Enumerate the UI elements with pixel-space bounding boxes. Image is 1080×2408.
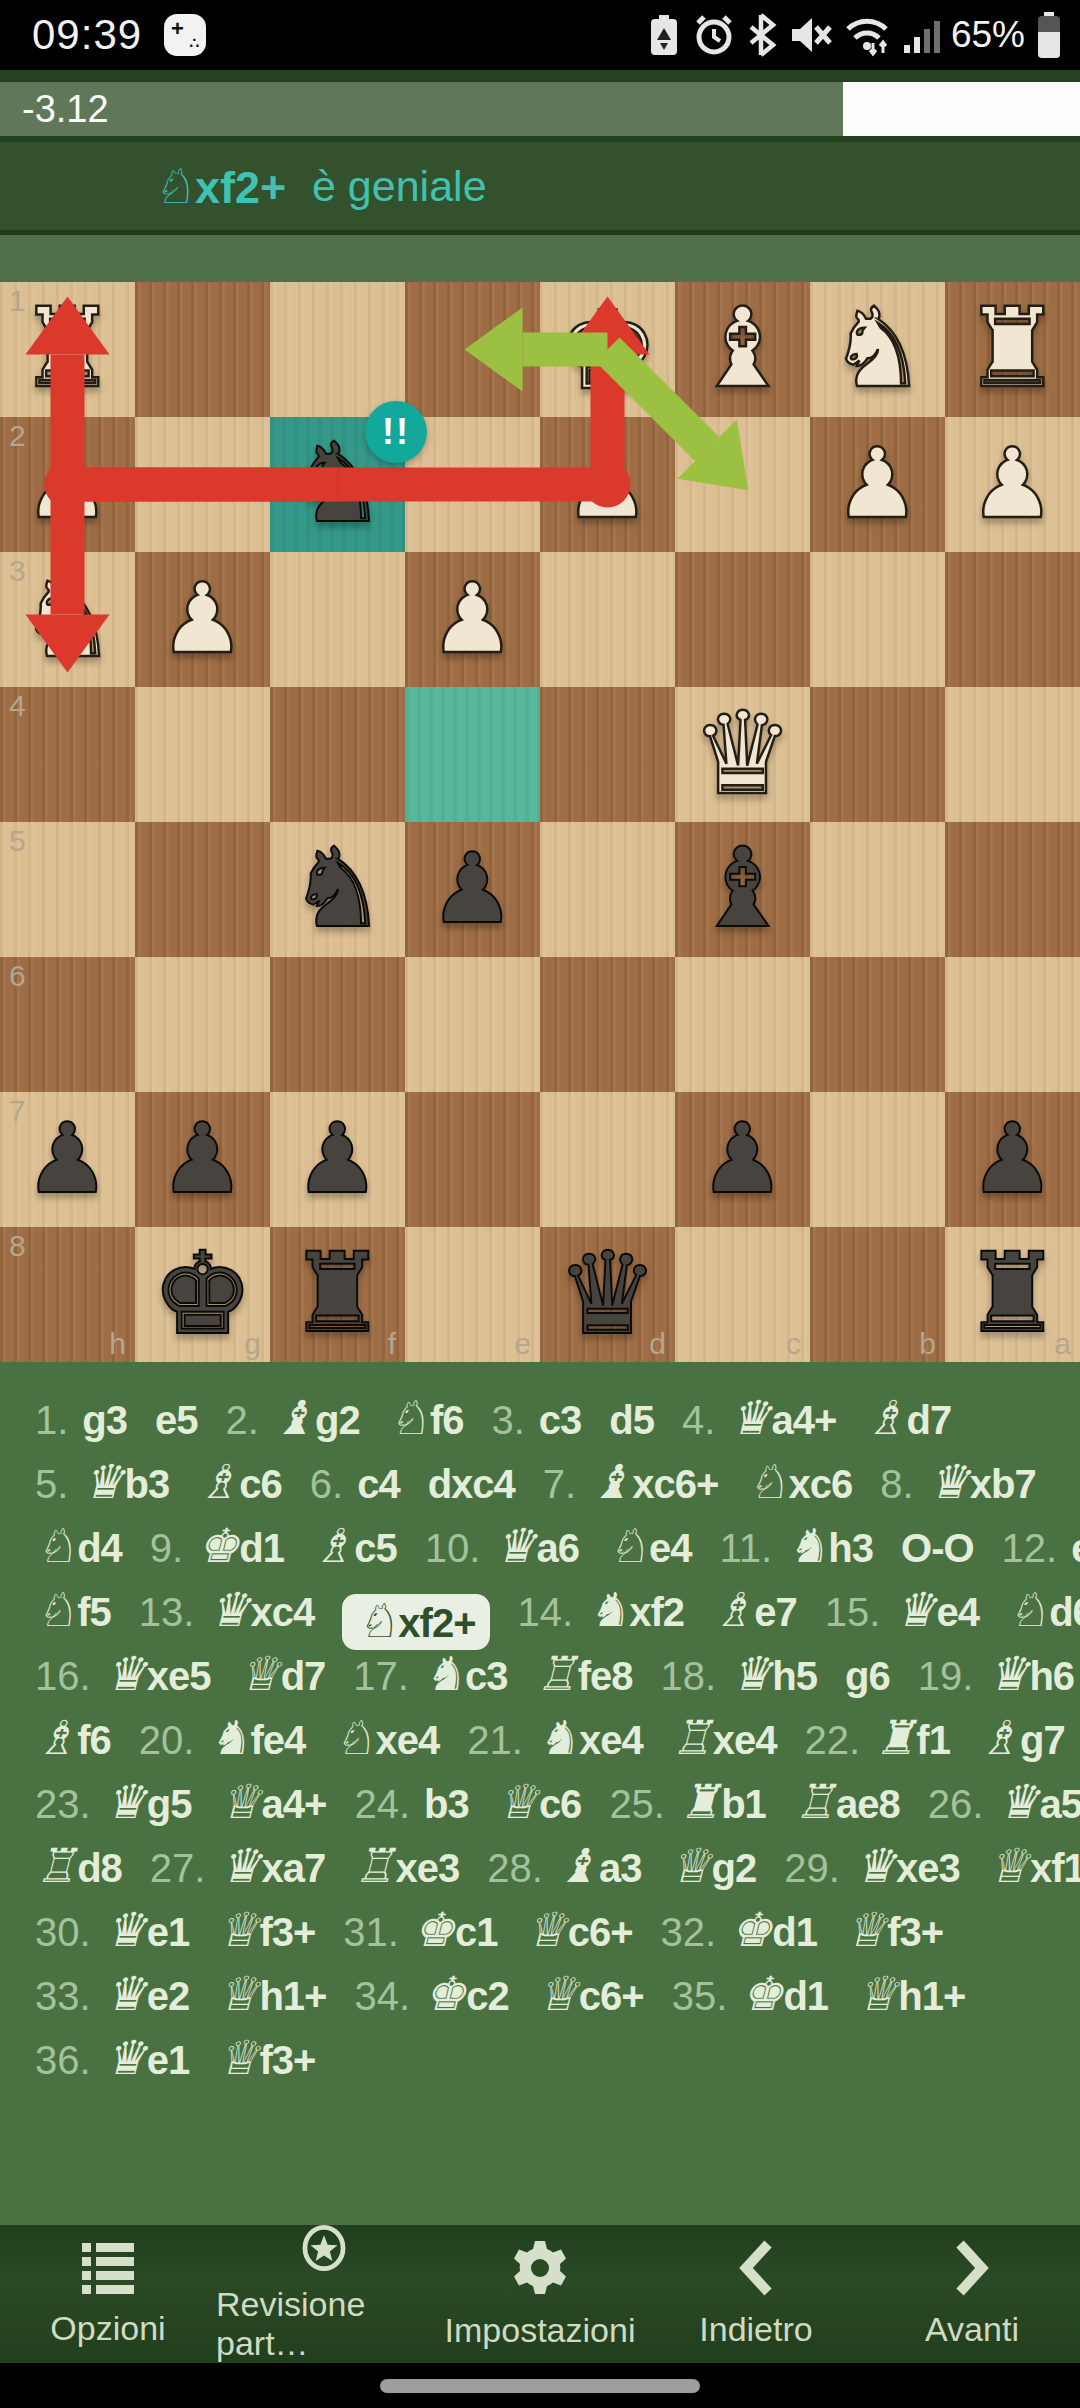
move-line: 23.♛g5♕a4+24.b3♕c625.♜b1♖ae826.♛a5 bbox=[0, 1770, 1080, 1834]
square-e3[interactable] bbox=[405, 552, 540, 687]
rank-label: 8 bbox=[9, 1229, 26, 1263]
move-line: 30.♛e1♕f3+31.♚c1♕c6+32.♚d1♕f3+ bbox=[0, 1898, 1080, 1962]
move-token[interactable]: ♛g5 bbox=[105, 1782, 192, 1826]
move-line: ♘d49.♚d1♗c510.♛a6♘e411.♞h3O-O12.e3 bbox=[0, 1514, 1080, 1578]
move-number: 9. bbox=[150, 1526, 183, 1570]
figurine-icon: ♚ bbox=[413, 1902, 455, 1957]
move-token[interactable]: ♛xb7 bbox=[928, 1462, 1036, 1506]
move-token[interactable]: ♞h3 bbox=[786, 1526, 873, 1570]
square-e6[interactable] bbox=[405, 957, 540, 1092]
square-c5[interactable] bbox=[675, 822, 810, 957]
move-number: 30. bbox=[35, 1910, 91, 1954]
square-a3[interactable] bbox=[945, 552, 1080, 687]
square-f4[interactable] bbox=[270, 687, 405, 822]
figurine-icon: ♛ bbox=[105, 1902, 147, 1957]
square-c6[interactable] bbox=[675, 957, 810, 1092]
move-token[interactable]: ♛xc4 bbox=[208, 1590, 314, 1634]
move-token[interactable]: ♛a4+ bbox=[729, 1398, 836, 1442]
move-line: ♗f620.♞fe4♘xe421.♞xe4♖xe422.♜f1♗g7 bbox=[0, 1706, 1080, 1770]
figurine-icon: ♛ bbox=[997, 1774, 1039, 1829]
nav-label: Avanti bbox=[925, 2310, 1019, 2349]
move-token[interactable]: ♘xe4 bbox=[333, 1718, 439, 1762]
move-line: ♘f513.♛xc4♘xf2+14.♞xf2♗e715.♛e4♘d6 bbox=[0, 1578, 1080, 1642]
nav-item-game-review[interactable]: Revisione part… bbox=[216, 2225, 432, 2363]
move-number: 8. bbox=[880, 1462, 913, 1506]
move-number: 16. bbox=[35, 1654, 91, 1698]
move-token[interactable]: ♘e4 bbox=[607, 1526, 692, 1570]
square-h7[interactable]: 7 bbox=[0, 1092, 135, 1227]
move-token[interactable]: ♞fe4 bbox=[208, 1718, 305, 1762]
move-token[interactable]: O-O bbox=[901, 1526, 974, 1570]
move-token[interactable]: ♕xf1+ bbox=[988, 1846, 1080, 1890]
square-b1[interactable] bbox=[810, 282, 945, 417]
square-b7[interactable] bbox=[810, 1092, 945, 1227]
move-token[interactable]: ♛a5 bbox=[997, 1782, 1080, 1826]
battery-percent: 65% bbox=[951, 14, 1025, 56]
figurine-icon: ♚ bbox=[741, 1966, 783, 2021]
figurine-icon: ♛ bbox=[105, 2030, 147, 2085]
figurine-icon: ♞ bbox=[423, 1646, 465, 1701]
figurine-icon: ♝ bbox=[590, 1454, 632, 1509]
rank-label: 6 bbox=[9, 959, 26, 993]
move-token[interactable]: ♛a6 bbox=[494, 1526, 579, 1570]
move-token[interactable]: ♝xc6+ bbox=[590, 1462, 718, 1506]
move-token[interactable]: ♜b1 bbox=[679, 1782, 766, 1826]
move-token[interactable]: ♚c1 bbox=[413, 1910, 498, 1954]
square-c7[interactable] bbox=[675, 1092, 810, 1227]
square-b2[interactable] bbox=[810, 417, 945, 552]
square-a8[interactable]: a bbox=[945, 1227, 1080, 1362]
move-token[interactable]: ♘d4 bbox=[35, 1526, 122, 1570]
eval-bar-white-segment bbox=[843, 82, 1080, 136]
nav-item-back[interactable]: Indietro bbox=[648, 2225, 864, 2363]
rank-label: 4 bbox=[9, 689, 26, 723]
square-d1[interactable] bbox=[540, 282, 675, 417]
move-comment: è geniale bbox=[312, 142, 487, 230]
move-token[interactable]: ♜f1 bbox=[874, 1718, 950, 1762]
move-token[interactable]: ♕f3+ bbox=[845, 1910, 943, 1954]
move-number: 33. bbox=[35, 1974, 91, 2018]
move-token[interactable]: ♛e4 bbox=[894, 1590, 979, 1634]
knight-figurine-icon: ♘ bbox=[152, 158, 195, 214]
move-number: 36. bbox=[35, 2038, 91, 2082]
figurine-icon: ♕ bbox=[856, 1966, 898, 2021]
square-h6[interactable]: 6 bbox=[0, 957, 135, 1092]
move-token[interactable]: ♕f3+ bbox=[217, 2038, 315, 2082]
move-token[interactable]: ♖xe3 bbox=[353, 1846, 459, 1890]
file-label: f bbox=[388, 1327, 396, 1361]
move-number: 35. bbox=[672, 1974, 728, 2018]
move-token[interactable]: ♛xe3 bbox=[854, 1846, 960, 1890]
move-token[interactable]: ♝a3 bbox=[557, 1846, 642, 1890]
square-d8[interactable]: d bbox=[540, 1227, 675, 1362]
file-label: d bbox=[649, 1327, 666, 1361]
square-f6[interactable] bbox=[270, 957, 405, 1092]
square-b4[interactable] bbox=[810, 687, 945, 822]
move-token[interactable]: ♛h5 bbox=[730, 1654, 817, 1698]
figurine-icon: ♘ bbox=[1007, 1582, 1049, 1637]
move-line: 1.g3e52.♝g2♘f63.c3d54.♛a4+♗d7 bbox=[0, 1386, 1080, 1450]
app-notification-icon: + ∴ bbox=[164, 14, 206, 56]
file-label: a bbox=[1054, 1327, 1071, 1361]
square-d7[interactable] bbox=[540, 1092, 675, 1227]
figurine-icon: ♗ bbox=[35, 1710, 77, 1765]
move-number: 22. bbox=[805, 1718, 861, 1762]
move-token[interactable]: e5 bbox=[155, 1398, 198, 1442]
figurine-icon: ♖ bbox=[794, 1774, 836, 1829]
square-d5[interactable] bbox=[540, 822, 675, 957]
nav-item-forward[interactable]: Avanti bbox=[864, 2225, 1080, 2363]
move-token[interactable]: ♗f6 bbox=[35, 1718, 111, 1762]
square-f8[interactable]: f bbox=[270, 1227, 405, 1362]
move-number: 11. bbox=[720, 1526, 773, 1570]
square-g1[interactable] bbox=[135, 282, 270, 417]
square-a4[interactable] bbox=[945, 687, 1080, 822]
move-token[interactable]: ♚c2 bbox=[424, 1974, 509, 2018]
square-g2[interactable] bbox=[135, 417, 270, 552]
square-h8[interactable]: 8h bbox=[0, 1227, 135, 1362]
square-f1[interactable] bbox=[270, 282, 405, 417]
rank-label: 1 bbox=[9, 284, 26, 318]
nav-item-settings[interactable]: Impostazioni bbox=[432, 2225, 648, 2363]
figurine-icon: ♚ bbox=[424, 1966, 466, 2021]
move-line: 36.♛e1♕f3+ bbox=[0, 2026, 1080, 2090]
evaluation-score: -3.12 bbox=[22, 88, 109, 131]
figurine-icon: ♜ bbox=[679, 1774, 721, 1829]
rank-label: 3 bbox=[9, 554, 26, 588]
move-token[interactable]: ♕h1+ bbox=[217, 1974, 326, 2018]
file-label: e bbox=[514, 1327, 531, 1361]
move-number: 21. bbox=[467, 1718, 523, 1762]
figurine-icon: ♛ bbox=[928, 1454, 970, 1509]
move-token[interactable]: e3 bbox=[1071, 1526, 1080, 1570]
file-label: h bbox=[109, 1327, 126, 1361]
figurine-icon: ♕ bbox=[526, 1902, 568, 1957]
move-number: 29. bbox=[784, 1846, 840, 1890]
brilliant-move-badge: !! bbox=[365, 401, 427, 463]
alarm-icon bbox=[692, 13, 736, 57]
figurine-icon: ♗ bbox=[978, 1710, 1020, 1765]
figurine-icon: ♛ bbox=[894, 1582, 936, 1637]
figurine-icon: ♗ bbox=[712, 1582, 754, 1637]
square-c2[interactable] bbox=[675, 417, 810, 552]
figurine-icon: ♛ bbox=[105, 1966, 147, 2021]
move-token[interactable]: ♛e1 bbox=[105, 1910, 190, 1954]
figurine-icon: ♕ bbox=[219, 1774, 261, 1829]
move-number: 7. bbox=[543, 1462, 576, 1506]
battery-icon bbox=[1036, 12, 1062, 58]
square-g4[interactable] bbox=[135, 687, 270, 822]
square-c4[interactable] bbox=[675, 687, 810, 822]
figurine-icon: ♕ bbox=[988, 1838, 1030, 1893]
gesture-pill[interactable] bbox=[380, 2379, 700, 2393]
move-token[interactable]: ♘d6 bbox=[1007, 1590, 1080, 1634]
figurine-icon: ♕ bbox=[537, 1966, 579, 2021]
square-g8[interactable]: g bbox=[135, 1227, 270, 1362]
status-bar: 09:39 + ∴ bbox=[0, 0, 1080, 70]
star-circle-icon bbox=[296, 2225, 352, 2271]
figurine-icon: ♕ bbox=[217, 2030, 259, 2085]
figurine-icon: ♚ bbox=[730, 1902, 772, 1957]
bottom-nav: Opzioni Revisione part… Impostazioni Ind… bbox=[0, 2225, 1080, 2363]
square-g5[interactable] bbox=[135, 822, 270, 957]
move-token[interactable]: ♞xe4 bbox=[537, 1718, 643, 1762]
move-token[interactable]: b3 bbox=[424, 1782, 469, 1826]
square-g7[interactable] bbox=[135, 1092, 270, 1227]
figurine-icon: ♖ bbox=[671, 1710, 713, 1765]
move-token[interactable]: ♖fe8 bbox=[536, 1654, 633, 1698]
figurine-icon: ♕ bbox=[217, 1966, 259, 2021]
move-number: 32. bbox=[661, 1910, 717, 1954]
square-f5[interactable] bbox=[270, 822, 405, 957]
move-number: 1. bbox=[35, 1398, 68, 1442]
move-number: 23. bbox=[35, 1782, 91, 1826]
gear-icon bbox=[511, 2239, 569, 2297]
move-token[interactable]: c3 bbox=[539, 1398, 582, 1442]
move-number: 31. bbox=[343, 1910, 399, 1954]
mute-icon bbox=[788, 13, 832, 57]
figurine-icon: ♖ bbox=[353, 1838, 395, 1893]
move-token[interactable]: ♛xe5 bbox=[105, 1654, 211, 1698]
current-move-label[interactable]: ♘xf2+ bbox=[152, 142, 286, 230]
move-token[interactable]: ♞xf2 bbox=[587, 1590, 684, 1634]
figurine-icon: ♞ bbox=[587, 1582, 629, 1637]
move-token[interactable]: ♕c6+ bbox=[537, 1974, 644, 2018]
square-a5[interactable] bbox=[945, 822, 1080, 957]
figurine-icon: ♛ bbox=[730, 1646, 772, 1701]
square-f7[interactable] bbox=[270, 1092, 405, 1227]
move-line: 5.♛b3♗c66.c4dxc47.♝xc6+♘xc68.♛xb7 bbox=[0, 1450, 1080, 1514]
figurine-icon: ♜ bbox=[874, 1710, 916, 1765]
move-token[interactable]: ♕c6 bbox=[497, 1782, 582, 1826]
move-number: 17. bbox=[353, 1654, 409, 1698]
app-screen: 09:39 + ∴ bbox=[0, 0, 1080, 2408]
figurine-icon: ♚ bbox=[197, 1518, 239, 1573]
figurine-icon: ♕ bbox=[217, 1902, 259, 1957]
square-a6[interactable] bbox=[945, 957, 1080, 1092]
move-token[interactable]: ♗d7 bbox=[864, 1398, 951, 1442]
move-number: 14. bbox=[518, 1590, 574, 1634]
move-token[interactable]: g3 bbox=[82, 1398, 127, 1442]
square-c8[interactable]: c bbox=[675, 1227, 810, 1362]
figurine-icon: ♗ bbox=[197, 1454, 239, 1509]
figurine-icon: ♛ bbox=[729, 1390, 771, 1445]
move-number: 26. bbox=[928, 1782, 984, 1826]
square-g6[interactable] bbox=[135, 957, 270, 1092]
square-h1[interactable]: 1 bbox=[0, 282, 135, 417]
figurine-icon: ♞ bbox=[208, 1710, 250, 1765]
signal-icon bbox=[904, 13, 940, 57]
figurine-icon: ♖ bbox=[536, 1646, 578, 1701]
nav-label: Impostazioni bbox=[445, 2311, 636, 2350]
figurine-icon: ♛ bbox=[494, 1518, 536, 1573]
move-line: 33.♛e2♕h1+34.♚c2♕c6+35.♚d1♕h1+ bbox=[0, 1962, 1080, 2026]
move-token[interactable]: ♖d8 bbox=[35, 1846, 122, 1890]
move-token[interactable]: ♛b3 bbox=[82, 1462, 169, 1506]
move-number: 10. bbox=[425, 1526, 481, 1570]
move-number: 25. bbox=[609, 1782, 665, 1826]
square-b3[interactable] bbox=[810, 552, 945, 687]
move-number: 34. bbox=[354, 1974, 410, 2018]
move-number: 4. bbox=[682, 1398, 715, 1442]
move-number: 19. bbox=[918, 1654, 974, 1698]
move-token[interactable]: ♕g2 bbox=[669, 1846, 756, 1890]
file-label: g bbox=[244, 1327, 261, 1361]
figurine-icon: ♕ bbox=[239, 1646, 281, 1701]
move-token[interactable]: ♖ae8 bbox=[794, 1782, 900, 1826]
figurine-icon: ♘ bbox=[356, 1593, 398, 1648]
nav-label: Opzioni bbox=[50, 2309, 165, 2348]
square-c1[interactable] bbox=[675, 282, 810, 417]
move-token[interactable]: ♚d1 bbox=[197, 1526, 284, 1570]
figurine-icon: ♘ bbox=[35, 1582, 77, 1637]
analysis-header: !! ♘xf2+ è geniale -3.12 bbox=[0, 142, 1080, 230]
figurine-icon: ♖ bbox=[35, 1838, 77, 1893]
move-token[interactable]: ♛e1 bbox=[105, 2038, 190, 2082]
move-token[interactable]: ♘xc6 bbox=[746, 1462, 852, 1506]
divider bbox=[0, 230, 1080, 235]
move-token[interactable]: ♞c3 bbox=[423, 1654, 508, 1698]
figurine-icon: ♛ bbox=[987, 1646, 1029, 1701]
wifi-icon bbox=[843, 13, 893, 57]
figurine-icon: ♛ bbox=[208, 1582, 250, 1637]
square-c3[interactable] bbox=[675, 552, 810, 687]
nav-item-options[interactable]: Opzioni bbox=[0, 2225, 216, 2363]
square-a1[interactable] bbox=[945, 282, 1080, 417]
nav-label: Indietro bbox=[699, 2310, 812, 2349]
evaluation-bar: -3.12 bbox=[0, 82, 1080, 136]
square-h2[interactable]: 2 bbox=[0, 417, 135, 552]
figurine-icon: ♛ bbox=[854, 1838, 896, 1893]
square-e8[interactable]: e bbox=[405, 1227, 540, 1362]
file-label: b bbox=[919, 1327, 936, 1361]
move-token[interactable]: ♕c6+ bbox=[526, 1910, 633, 1954]
move-token[interactable]: g6 bbox=[845, 1654, 890, 1698]
figurine-icon: ♛ bbox=[219, 1838, 261, 1893]
square-d4[interactable] bbox=[540, 687, 675, 822]
move-number: 3. bbox=[491, 1398, 524, 1442]
figurine-icon: ♞ bbox=[537, 1710, 579, 1765]
move-number: 27. bbox=[150, 1846, 206, 1890]
status-icons: 65% bbox=[647, 0, 1062, 70]
list-icon bbox=[80, 2241, 136, 2295]
figurine-icon: ♛ bbox=[82, 1454, 124, 1509]
chess-board[interactable]: 12345678hgfedcba bbox=[0, 282, 1080, 1362]
move-line: ♖d827.♛xa7♖xe328.♝a3♕g229.♛xe3♕xf1+ bbox=[0, 1834, 1080, 1898]
move-token[interactable]: ♚d1 bbox=[730, 1910, 817, 1954]
chevron-left-icon bbox=[736, 2240, 776, 2296]
figurine-icon: ♗ bbox=[312, 1518, 354, 1573]
square-f3[interactable] bbox=[270, 552, 405, 687]
square-d2[interactable] bbox=[540, 417, 675, 552]
square-a7[interactable] bbox=[945, 1092, 1080, 1227]
battery-saver-icon bbox=[647, 13, 681, 57]
move-token[interactable]: d5 bbox=[609, 1398, 654, 1442]
divider bbox=[0, 70, 1080, 82]
square-e4[interactable] bbox=[405, 687, 540, 822]
figurine-icon: ♘ bbox=[388, 1390, 430, 1445]
move-token[interactable]: ♛e2 bbox=[105, 1974, 190, 2018]
move-number: 2. bbox=[226, 1398, 259, 1442]
figurine-icon: ♕ bbox=[845, 1902, 887, 1957]
move-line: 16.♛xe5♕d717.♞c3♖fe818.♛h5g619.♛h6 bbox=[0, 1642, 1080, 1706]
move-token[interactable]: c4 bbox=[357, 1462, 400, 1506]
figurine-icon: ♘ bbox=[333, 1710, 375, 1765]
square-d3[interactable] bbox=[540, 552, 675, 687]
figurine-icon: ♕ bbox=[497, 1774, 539, 1829]
clock: 09:39 bbox=[32, 11, 142, 59]
move-number: 13. bbox=[139, 1590, 195, 1634]
file-label: c bbox=[786, 1327, 801, 1361]
figurine-icon: ♝ bbox=[557, 1838, 599, 1893]
figurine-icon: ♞ bbox=[786, 1518, 828, 1573]
move-token[interactable]: ♕a4+ bbox=[219, 1782, 326, 1826]
figurine-icon: ♝ bbox=[273, 1390, 315, 1445]
square-e7[interactable] bbox=[405, 1092, 540, 1227]
chevron-right-icon bbox=[952, 2240, 992, 2296]
move-number: 6. bbox=[310, 1462, 343, 1506]
move-number: 28. bbox=[487, 1846, 543, 1890]
rank-label: 5 bbox=[9, 824, 26, 858]
move-token[interactable]: ♘f5 bbox=[35, 1590, 111, 1634]
square-e5[interactable] bbox=[405, 822, 540, 957]
move-token[interactable]: ♗e7 bbox=[712, 1590, 797, 1634]
move-number: 24. bbox=[354, 1782, 410, 1826]
square-b8[interactable]: b bbox=[810, 1227, 945, 1362]
square-g3[interactable] bbox=[135, 552, 270, 687]
move-token[interactable]: ♘f6 bbox=[388, 1398, 464, 1442]
move-token[interactable]: ♗g7 bbox=[978, 1718, 1065, 1762]
android-nav-bar bbox=[0, 2363, 1080, 2408]
square-h5[interactable]: 5 bbox=[0, 822, 135, 957]
move-number: 5. bbox=[35, 1462, 68, 1506]
square-d6[interactable] bbox=[540, 957, 675, 1092]
move-token[interactable]: ♕d7 bbox=[239, 1654, 326, 1698]
move-number: 20. bbox=[139, 1718, 195, 1762]
figurine-icon: ♛ bbox=[105, 1646, 147, 1701]
move-token[interactable]: ♕h1+ bbox=[856, 1974, 965, 2018]
move-list[interactable]: 1.g3e52.♝g2♘f63.c3d54.♛a4+♗d75.♛b3♗c66.c… bbox=[0, 1362, 1080, 2225]
square-b5[interactable] bbox=[810, 822, 945, 957]
square-b6[interactable] bbox=[810, 957, 945, 1092]
square-h3[interactable]: 3 bbox=[0, 552, 135, 687]
rank-label: 2 bbox=[9, 419, 26, 453]
rank-label: 7 bbox=[9, 1094, 26, 1128]
move-token[interactable]: dxc4 bbox=[428, 1462, 515, 1506]
move-token[interactable]: ♝g2 bbox=[273, 1398, 360, 1442]
figurine-icon: ♛ bbox=[105, 1774, 147, 1829]
move-token[interactable]: ♛xa7 bbox=[219, 1846, 325, 1890]
square-h4[interactable]: 4 bbox=[0, 687, 135, 822]
move-token[interactable]: ♕f3+ bbox=[217, 1910, 315, 1954]
move-number: 12. bbox=[1002, 1526, 1058, 1570]
move-token[interactable]: ♗c6 bbox=[197, 1462, 282, 1506]
move-number: 18. bbox=[661, 1654, 717, 1698]
nav-label: Revisione part… bbox=[216, 2285, 432, 2363]
move-number: 15. bbox=[825, 1590, 881, 1634]
bluetooth-icon bbox=[747, 13, 777, 57]
move-token[interactable]: ♚d1 bbox=[741, 1974, 828, 2018]
move-token[interactable]: ♛h6 bbox=[987, 1654, 1074, 1698]
figurine-icon: ♘ bbox=[607, 1518, 649, 1573]
figurine-icon: ♕ bbox=[669, 1838, 711, 1893]
square-a2[interactable] bbox=[945, 417, 1080, 552]
move-token[interactable]: ♖xe4 bbox=[671, 1718, 777, 1762]
square-e1[interactable] bbox=[405, 282, 540, 417]
figurine-icon: ♗ bbox=[864, 1390, 906, 1445]
figurine-icon: ♘ bbox=[746, 1454, 788, 1509]
move-token[interactable]: ♗c5 bbox=[312, 1526, 397, 1570]
